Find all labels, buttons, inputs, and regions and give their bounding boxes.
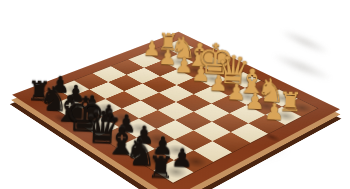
white-pawn[interactable]: ♟	[226, 81, 247, 104]
product-photo-scene: ♜♞♝♚♛♝♞♜♟♟♟♟♟♟♟♟♟♟♟♟♟♟♟♟♜♞♝♚♛♝♞♜	[0, 0, 350, 189]
square-a1[interactable]: ♜	[282, 99, 317, 117]
white-pawn[interactable]: ♟	[263, 100, 284, 124]
black-rook[interactable]: ♜	[146, 151, 174, 182]
white-pawn[interactable]: ♟	[244, 90, 265, 113]
white-pawn[interactable]: ♟	[191, 63, 211, 85]
white-pawn[interactable]: ♟	[208, 72, 228, 94]
